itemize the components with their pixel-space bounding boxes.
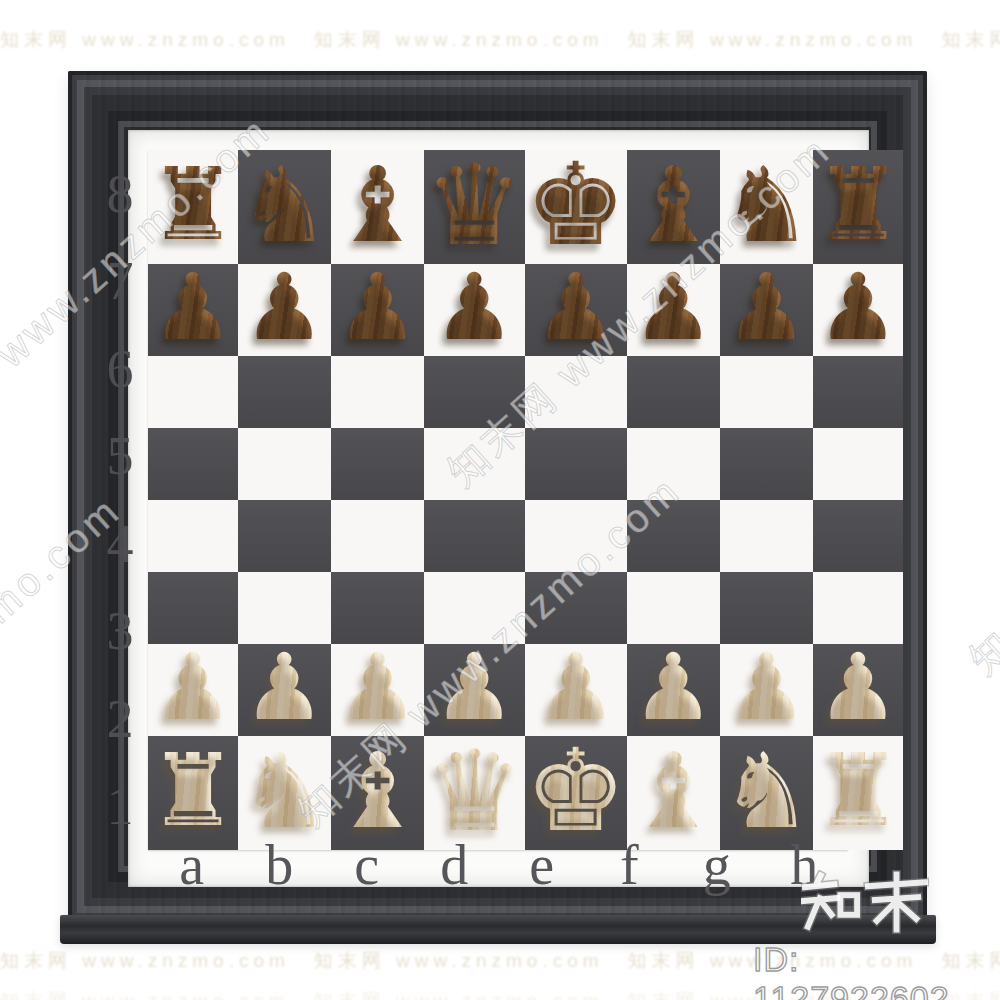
square-f2: ♟ [627, 644, 720, 736]
square-h2: ♟ [813, 644, 903, 736]
square-a4 [148, 500, 238, 572]
piece-black-rook: ♜ [148, 155, 238, 255]
square-h8: ♜ [813, 150, 903, 264]
piece-white-queen: ♛ [424, 735, 524, 847]
square-d7: ♟ [424, 264, 524, 356]
square-b2: ♟ [238, 644, 331, 736]
square-d6 [424, 356, 524, 428]
square-e6 [525, 356, 627, 428]
square-h6 [813, 356, 903, 428]
square-c1: ♝ [331, 736, 424, 850]
square-h4 [813, 500, 903, 572]
square-e7: ♟ [525, 264, 627, 356]
file-label-f: f [586, 843, 674, 893]
square-c8: ♝ [331, 150, 424, 264]
square-d2: ♟ [424, 644, 524, 736]
square-c4 [331, 500, 424, 572]
piece-white-rook: ♜ [148, 741, 238, 841]
piece-black-pawn: ♟ [152, 262, 234, 354]
rank-label-8: 8 [96, 150, 144, 238]
piece-black-pawn: ♟ [725, 262, 807, 354]
piece-white-pawn: ♟ [433, 642, 515, 734]
piece-white-pawn: ♟ [534, 642, 616, 734]
piece-black-bishop: ♝ [331, 153, 424, 257]
watermark-band-top: 知末网 www.znzmo.com 知末网 www.znzmo.com 知末网 … [0, 27, 1000, 49]
square-e5 [525, 428, 627, 500]
znzmo-logo-icon [801, 870, 929, 934]
piece-black-rook: ♜ [813, 155, 903, 255]
square-b5 [238, 428, 331, 500]
piece-black-bishop: ♝ [627, 153, 720, 257]
piece-white-pawn: ♟ [632, 642, 714, 734]
rank-label-7: 7 [96, 238, 144, 326]
square-f6 [627, 356, 720, 428]
rank-label-4: 4 [96, 500, 144, 588]
square-e4 [525, 500, 627, 572]
square-f4 [627, 500, 720, 572]
piece-white-pawn: ♟ [243, 642, 325, 734]
piece-white-pawn: ♟ [725, 642, 807, 734]
piece-white-knight: ♞ [238, 739, 331, 843]
piece-black-knight: ♞ [238, 153, 331, 257]
piece-black-pawn: ♟ [534, 262, 616, 354]
piece-white-pawn: ♟ [152, 642, 234, 734]
chessboard-product-image: 知末网 www.znzmo.com 知末网 www.znzmo.com 知末网 … [0, 0, 1000, 1000]
square-c5 [331, 428, 424, 500]
file-label-e: e [498, 843, 586, 893]
file-label-d: d [411, 843, 499, 893]
piece-black-pawn: ♟ [243, 262, 325, 354]
square-g5 [720, 428, 813, 500]
square-b4 [238, 500, 331, 572]
square-d1: ♛ [424, 736, 524, 850]
file-label-b: b [236, 843, 324, 893]
piece-white-rook: ♜ [813, 741, 903, 841]
piece-black-pawn: ♟ [632, 262, 714, 354]
square-a5 [148, 428, 238, 500]
square-g2: ♟ [720, 644, 813, 736]
square-g7: ♟ [720, 264, 813, 356]
square-h7: ♟ [813, 264, 903, 356]
square-e2: ♟ [525, 644, 627, 736]
square-a6 [148, 356, 238, 428]
piece-black-queen: ♛ [424, 149, 524, 261]
piece-white-king: ♚ [525, 734, 627, 848]
rank-label-2: 2 [96, 675, 144, 763]
square-a2: ♟ [148, 644, 238, 736]
square-d4 [424, 500, 524, 572]
piece-white-bishop: ♝ [627, 739, 720, 843]
square-b7: ♟ [238, 264, 331, 356]
rank-label-1: 1 [96, 763, 144, 851]
piece-white-pawn: ♟ [336, 642, 418, 734]
square-g6 [720, 356, 813, 428]
square-f5 [627, 428, 720, 500]
rank-labels: 87654321 [96, 150, 144, 850]
rank-label-6: 6 [96, 325, 144, 413]
square-f7: ♟ [627, 264, 720, 356]
piece-white-knight: ♞ [720, 739, 813, 843]
square-f8: ♝ [627, 150, 720, 264]
piece-black-pawn: ♟ [817, 262, 899, 354]
rank-label-3: 3 [96, 588, 144, 676]
square-h5 [813, 428, 903, 500]
square-a8: ♜ [148, 150, 238, 264]
square-b6 [238, 356, 331, 428]
file-label-g: g [673, 843, 761, 893]
chess-board: ♜♞♝♛♚♝♞♜♟♟♟♟♟♟♟♟♟♟♟♟♟♟♟♟♜♞♝♛♚♝♞♜ [148, 150, 848, 850]
square-e1: ♚ [525, 736, 627, 850]
file-labels: abcdefgh [148, 843, 848, 893]
square-a1: ♜ [148, 736, 238, 850]
square-b8: ♞ [238, 150, 331, 264]
piece-white-bishop: ♝ [331, 739, 424, 843]
piece-white-pawn: ♟ [817, 642, 899, 734]
piece-black-pawn: ♟ [336, 262, 418, 354]
square-d8: ♛ [424, 150, 524, 264]
piece-black-knight: ♞ [720, 153, 813, 257]
rank-label-5: 5 [96, 413, 144, 501]
square-h1: ♜ [813, 736, 903, 850]
square-d5 [424, 428, 524, 500]
square-f1: ♝ [627, 736, 720, 850]
square-g8: ♞ [720, 150, 813, 264]
piece-black-king: ♚ [525, 148, 627, 262]
square-c7: ♟ [331, 264, 424, 356]
square-b1: ♞ [238, 736, 331, 850]
square-a7: ♟ [148, 264, 238, 356]
diagonal-watermark: 知末网 www.znzmo.com [957, 312, 1000, 687]
znzmo-logo: 知末 [801, 870, 929, 934]
piece-black-pawn: ♟ [433, 262, 515, 354]
square-g4 [720, 500, 813, 572]
file-label-a: a [148, 843, 236, 893]
square-c6 [331, 356, 424, 428]
square-e8: ♚ [525, 150, 627, 264]
square-c2: ♟ [331, 644, 424, 736]
file-label-c: c [323, 843, 411, 893]
image-id-label: ID: 1127922602 [753, 940, 1000, 1000]
square-g1: ♞ [720, 736, 813, 850]
